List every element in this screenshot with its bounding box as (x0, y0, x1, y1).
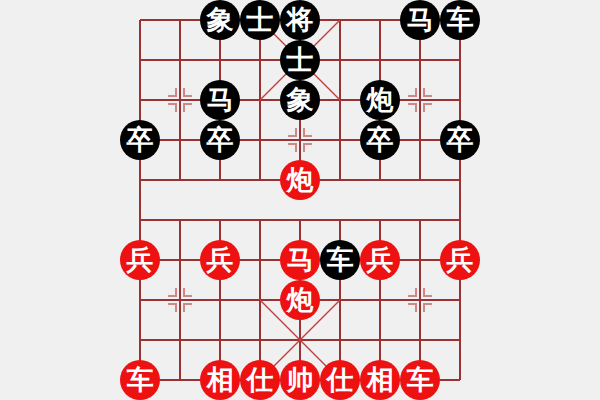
piece-red-elephant[interactable]: 相 (200, 360, 240, 400)
piece-red-soldier[interactable]: 兵 (200, 240, 240, 280)
xiangqi-board: 象士将马车士马象炮卒卒卒卒炮兵兵马车兵兵炮车相仕帅仕相车 (0, 0, 600, 400)
piece-black-chariot[interactable]: 车 (440, 0, 480, 40)
piece-black-horse[interactable]: 马 (200, 80, 240, 120)
piece-black-horse[interactable]: 马 (400, 0, 440, 40)
piece-red-cannon[interactable]: 炮 (280, 280, 320, 320)
piece-black-soldier[interactable]: 卒 (440, 120, 480, 160)
piece-red-advisor[interactable]: 仕 (320, 360, 360, 400)
piece-black-advisor[interactable]: 士 (280, 40, 320, 80)
piece-red-soldier[interactable]: 兵 (360, 240, 400, 280)
piece-black-soldier[interactable]: 卒 (120, 120, 160, 160)
piece-red-chariot[interactable]: 车 (120, 360, 160, 400)
piece-black-cannon[interactable]: 炮 (360, 80, 400, 120)
piece-black-elephant[interactable]: 象 (200, 0, 240, 40)
piece-red-soldier[interactable]: 兵 (440, 240, 480, 280)
piece-red-chariot[interactable]: 车 (400, 360, 440, 400)
piece-black-advisor[interactable]: 士 (240, 0, 280, 40)
piece-red-advisor[interactable]: 仕 (240, 360, 280, 400)
piece-black-soldier[interactable]: 卒 (360, 120, 400, 160)
piece-red-soldier[interactable]: 兵 (120, 240, 160, 280)
piece-red-elephant[interactable]: 相 (360, 360, 400, 400)
piece-black-chariot[interactable]: 车 (320, 240, 360, 280)
piece-black-soldier[interactable]: 卒 (200, 120, 240, 160)
piece-red-general[interactable]: 帅 (280, 360, 320, 400)
piece-black-general[interactable]: 将 (280, 0, 320, 40)
piece-red-horse[interactable]: 马 (280, 240, 320, 280)
piece-black-elephant[interactable]: 象 (280, 80, 320, 120)
piece-red-cannon[interactable]: 炮 (280, 160, 320, 200)
